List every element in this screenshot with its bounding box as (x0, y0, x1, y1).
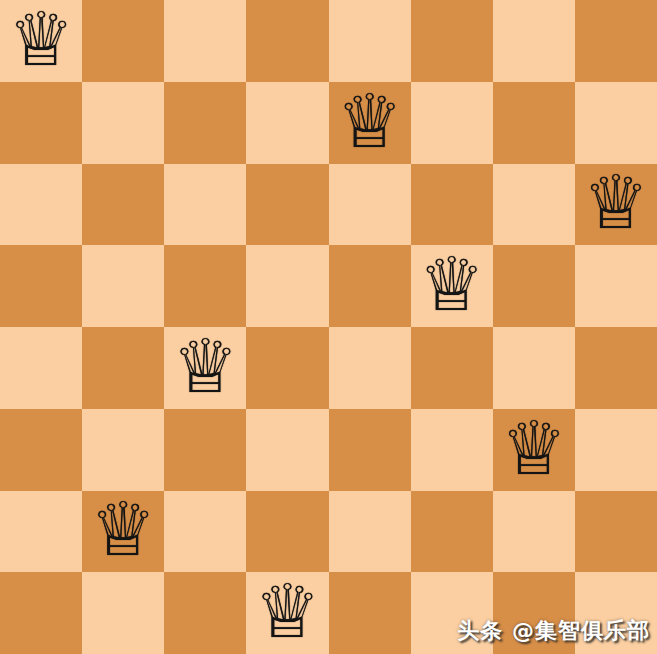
square-e5 (329, 245, 411, 327)
square-g6 (493, 164, 575, 246)
white-queen-piece: ♕ (172, 329, 238, 403)
square-f4 (411, 327, 493, 409)
white-queen-piece: ♕ (254, 574, 320, 648)
square-e6 (329, 164, 411, 246)
square-f8 (411, 0, 493, 82)
square-c7 (164, 82, 246, 164)
square-a1 (0, 572, 82, 654)
square-d2 (246, 491, 328, 573)
square-c8 (164, 0, 246, 82)
square-h5 (575, 245, 657, 327)
white-queen-piece: ♕ (90, 492, 156, 566)
white-queen-piece: ♕ (583, 165, 649, 239)
square-h8 (575, 0, 657, 82)
square-a3 (0, 409, 82, 491)
square-d6 (246, 164, 328, 246)
square-c1 (164, 572, 246, 654)
square-a2 (0, 491, 82, 573)
chess-board: ♕♕♕♕♕♕♕♕ (0, 0, 657, 654)
square-h6: ♕ (575, 164, 657, 246)
square-b7 (82, 82, 164, 164)
white-queen-piece: ♕ (419, 247, 485, 321)
square-a4 (0, 327, 82, 409)
square-f7 (411, 82, 493, 164)
square-d5 (246, 245, 328, 327)
square-g5 (493, 245, 575, 327)
square-c6 (164, 164, 246, 246)
square-e1 (329, 572, 411, 654)
square-c2 (164, 491, 246, 573)
board-area: ♕♕♕♕♕♕♕♕ 头条 @集智俱乐部 (0, 0, 657, 654)
square-c3 (164, 409, 246, 491)
square-d7 (246, 82, 328, 164)
square-e4 (329, 327, 411, 409)
square-d4 (246, 327, 328, 409)
square-h2 (575, 491, 657, 573)
square-g4 (493, 327, 575, 409)
square-e8 (329, 0, 411, 82)
white-queen-piece: ♕ (8, 2, 74, 76)
square-h4 (575, 327, 657, 409)
square-d3 (246, 409, 328, 491)
square-b4 (82, 327, 164, 409)
square-g7 (493, 82, 575, 164)
square-a6 (0, 164, 82, 246)
square-f6 (411, 164, 493, 246)
square-e2 (329, 491, 411, 573)
square-g3: ♕ (493, 409, 575, 491)
square-f3 (411, 409, 493, 491)
watermark-text: 头条 @集智俱乐部 (457, 616, 650, 646)
square-e7: ♕ (329, 82, 411, 164)
square-a5 (0, 245, 82, 327)
square-b8 (82, 0, 164, 82)
square-d8 (246, 0, 328, 82)
square-c5 (164, 245, 246, 327)
square-e3 (329, 409, 411, 491)
square-b5 (82, 245, 164, 327)
square-a8: ♕ (0, 0, 82, 82)
square-f2 (411, 491, 493, 573)
square-b2: ♕ (82, 491, 164, 573)
square-f5: ♕ (411, 245, 493, 327)
white-queen-piece: ♕ (336, 84, 402, 158)
square-b1 (82, 572, 164, 654)
square-g8 (493, 0, 575, 82)
square-b6 (82, 164, 164, 246)
square-g2 (493, 491, 575, 573)
square-d1: ♕ (246, 572, 328, 654)
square-h7 (575, 82, 657, 164)
square-h3 (575, 409, 657, 491)
white-queen-piece: ♕ (501, 411, 567, 485)
square-b3 (82, 409, 164, 491)
square-c4: ♕ (164, 327, 246, 409)
square-a7 (0, 82, 82, 164)
